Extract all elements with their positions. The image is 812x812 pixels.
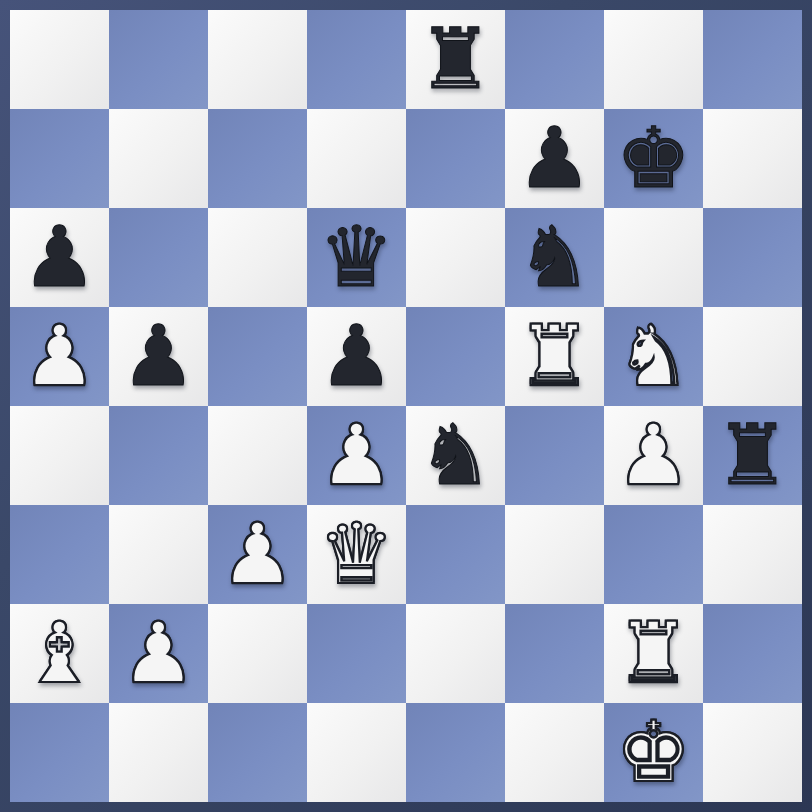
- square-f4[interactable]: [505, 406, 604, 505]
- square-a4[interactable]: [10, 406, 109, 505]
- square-c7[interactable]: [208, 109, 307, 208]
- square-e1[interactable]: [406, 703, 505, 802]
- square-h4[interactable]: ♜: [703, 406, 802, 505]
- piece-black-rook[interactable]: ♜: [715, 406, 790, 505]
- square-d5[interactable]: ♟: [307, 307, 406, 406]
- square-g4[interactable]: ♟: [604, 406, 703, 505]
- piece-white-pawn[interactable]: ♟: [22, 307, 97, 406]
- square-e4[interactable]: ♞: [406, 406, 505, 505]
- square-g7[interactable]: ♚: [604, 109, 703, 208]
- square-b7[interactable]: [109, 109, 208, 208]
- square-g1[interactable]: ♚: [604, 703, 703, 802]
- square-g6[interactable]: [604, 208, 703, 307]
- piece-black-knight[interactable]: ♞: [418, 406, 493, 505]
- square-b4[interactable]: [109, 406, 208, 505]
- square-e7[interactable]: [406, 109, 505, 208]
- square-f7[interactable]: ♟: [505, 109, 604, 208]
- square-b5[interactable]: ♟: [109, 307, 208, 406]
- square-f1[interactable]: [505, 703, 604, 802]
- square-g5[interactable]: ♞: [604, 307, 703, 406]
- board-frame: ♜♟♚♟♛♞♟♟♟♜♞♟♞♟♜♟♛♝♟♜♚: [0, 0, 812, 812]
- square-h1[interactable]: [703, 703, 802, 802]
- piece-black-rook[interactable]: ♜: [418, 10, 493, 109]
- square-g3[interactable]: [604, 505, 703, 604]
- piece-white-queen[interactable]: ♛: [319, 505, 394, 604]
- chess-board: ♜♟♚♟♛♞♟♟♟♜♞♟♞♟♜♟♛♝♟♜♚: [10, 10, 802, 802]
- piece-white-pawn[interactable]: ♟: [616, 406, 691, 505]
- square-d7[interactable]: [307, 109, 406, 208]
- piece-black-queen[interactable]: ♛: [319, 208, 394, 307]
- square-b1[interactable]: [109, 703, 208, 802]
- square-c4[interactable]: [208, 406, 307, 505]
- square-a7[interactable]: [10, 109, 109, 208]
- square-f6[interactable]: ♞: [505, 208, 604, 307]
- piece-white-pawn[interactable]: ♟: [220, 505, 295, 604]
- square-d4[interactable]: ♟: [307, 406, 406, 505]
- square-a8[interactable]: [10, 10, 109, 109]
- square-c6[interactable]: [208, 208, 307, 307]
- square-c5[interactable]: [208, 307, 307, 406]
- square-c1[interactable]: [208, 703, 307, 802]
- square-e6[interactable]: [406, 208, 505, 307]
- square-d8[interactable]: [307, 10, 406, 109]
- square-h3[interactable]: [703, 505, 802, 604]
- square-h5[interactable]: [703, 307, 802, 406]
- square-h2[interactable]: [703, 604, 802, 703]
- square-a3[interactable]: [10, 505, 109, 604]
- square-d6[interactable]: ♛: [307, 208, 406, 307]
- square-h6[interactable]: [703, 208, 802, 307]
- square-h8[interactable]: [703, 10, 802, 109]
- piece-white-king[interactable]: ♚: [616, 703, 691, 802]
- piece-white-rook[interactable]: ♜: [616, 604, 691, 703]
- square-c2[interactable]: [208, 604, 307, 703]
- square-c3[interactable]: ♟: [208, 505, 307, 604]
- square-f2[interactable]: [505, 604, 604, 703]
- piece-black-pawn[interactable]: ♟: [22, 208, 97, 307]
- square-b8[interactable]: [109, 10, 208, 109]
- square-a6[interactable]: ♟: [10, 208, 109, 307]
- piece-black-pawn[interactable]: ♟: [121, 307, 196, 406]
- square-e5[interactable]: [406, 307, 505, 406]
- square-f5[interactable]: ♜: [505, 307, 604, 406]
- square-b6[interactable]: [109, 208, 208, 307]
- piece-white-rook[interactable]: ♜: [517, 307, 592, 406]
- square-e3[interactable]: [406, 505, 505, 604]
- square-g2[interactable]: ♜: [604, 604, 703, 703]
- square-a1[interactable]: [10, 703, 109, 802]
- piece-white-knight[interactable]: ♞: [616, 307, 691, 406]
- square-b3[interactable]: [109, 505, 208, 604]
- square-f8[interactable]: [505, 10, 604, 109]
- square-c8[interactable]: [208, 10, 307, 109]
- square-d1[interactable]: [307, 703, 406, 802]
- square-d3[interactable]: ♛: [307, 505, 406, 604]
- piece-white-bishop[interactable]: ♝: [22, 604, 97, 703]
- piece-white-pawn[interactable]: ♟: [121, 604, 196, 703]
- piece-white-pawn[interactable]: ♟: [319, 406, 394, 505]
- piece-black-knight[interactable]: ♞: [517, 208, 592, 307]
- square-b2[interactable]: ♟: [109, 604, 208, 703]
- piece-black-king[interactable]: ♚: [616, 109, 691, 208]
- piece-black-pawn[interactable]: ♟: [319, 307, 394, 406]
- square-a2[interactable]: ♝: [10, 604, 109, 703]
- square-e8[interactable]: ♜: [406, 10, 505, 109]
- square-d2[interactable]: [307, 604, 406, 703]
- piece-black-pawn[interactable]: ♟: [517, 109, 592, 208]
- square-e2[interactable]: [406, 604, 505, 703]
- square-a5[interactable]: ♟: [10, 307, 109, 406]
- square-g8[interactable]: [604, 10, 703, 109]
- square-h7[interactable]: [703, 109, 802, 208]
- square-f3[interactable]: [505, 505, 604, 604]
